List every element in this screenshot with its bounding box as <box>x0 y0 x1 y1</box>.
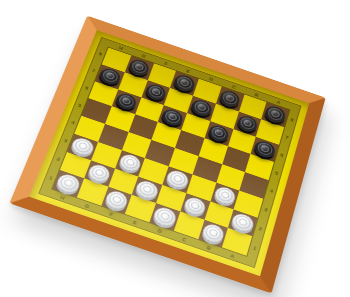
coordinate-label: E <box>186 69 191 74</box>
coordinate-label: 8 <box>290 118 294 123</box>
board-margin: HGFEDCBA HGFEDCBA 87654321 87654321 <box>29 30 309 276</box>
coordinate-label: 3 <box>264 207 268 212</box>
coordinate-label: E <box>133 220 138 225</box>
checker-piece-white[interactable] <box>201 222 226 245</box>
coordinate-label: D <box>157 228 162 234</box>
coordinate-label: G <box>85 203 91 209</box>
coordinate-label: 4 <box>70 120 74 125</box>
coordinate-label: 2 <box>56 157 61 162</box>
coordinate-label: 5 <box>274 170 278 175</box>
coordinate-label: 8 <box>98 52 102 57</box>
coordinate-label: G <box>141 53 146 58</box>
coordinate-label: 4 <box>269 189 273 194</box>
coordinate-label: A <box>230 253 235 259</box>
coordinate-label: A <box>277 100 282 105</box>
coordinate-label: 6 <box>84 86 88 91</box>
coordinate-label: 1 <box>253 245 257 250</box>
checker-piece-white[interactable] <box>104 189 129 211</box>
coordinate-label: 6 <box>280 153 284 158</box>
coordinate-label: C <box>231 84 236 89</box>
coordinate-label: 1 <box>48 175 53 180</box>
coordinate-label: 7 <box>91 69 95 74</box>
coordinate-label: 2 <box>258 226 262 231</box>
coordinate-band: HGFEDCBA HGFEDCBA 87654321 87654321 <box>38 37 301 268</box>
coordinate-label: H <box>60 195 65 200</box>
photo-stage: HGFEDCBA HGFEDCBA 87654321 87654321 <box>0 0 350 297</box>
game-box: HGFEDCBA HGFEDCBA 87654321 87654321 <box>9 16 325 294</box>
checker-piece-white[interactable] <box>55 173 81 195</box>
coordinate-label: 5 <box>78 103 82 108</box>
coordinate-label: B <box>254 92 259 97</box>
checker-piece-white[interactable] <box>152 206 177 228</box>
coordinate-label: F <box>164 61 168 66</box>
coordinate-label: 3 <box>63 138 67 143</box>
coordinate-label: B <box>206 245 211 251</box>
coordinate-label: 7 <box>285 135 289 140</box>
coordinate-label: H <box>119 45 124 50</box>
coordinate-label: F <box>109 211 114 216</box>
coordinate-label: D <box>209 76 214 81</box>
coordinate-label: C <box>182 236 187 242</box>
